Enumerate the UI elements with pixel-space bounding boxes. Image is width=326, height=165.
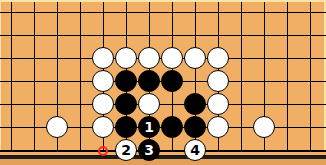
white-stone: [92, 116, 114, 138]
move-3-black-stone: 3: [138, 139, 160, 161]
black-stone: [161, 116, 183, 138]
white-stone: [92, 93, 114, 115]
go-board-diagram: 1234: [0, 0, 326, 165]
black-stone: [184, 116, 206, 138]
white-stone: [92, 47, 114, 69]
white-stone: [138, 47, 160, 69]
stones-layer: 1234: [0, 0, 326, 165]
move-4-white-stone: 4: [184, 139, 206, 161]
white-stone: [115, 47, 137, 69]
white-stone: [161, 47, 183, 69]
white-stone: [207, 116, 229, 138]
white-stone: [207, 93, 229, 115]
black-stone: [161, 70, 183, 92]
black-stone: [115, 116, 137, 138]
white-stone: [184, 47, 206, 69]
white-stone: [207, 70, 229, 92]
move-2-white-stone: 2: [115, 139, 137, 161]
black-stone: [138, 70, 160, 92]
white-stone: [138, 93, 160, 115]
black-stone: [115, 93, 137, 115]
black-stone: [115, 70, 137, 92]
white-stone: [92, 70, 114, 92]
white-stone: [253, 116, 275, 138]
move-1-black-stone: 1: [138, 116, 160, 138]
white-stone: [207, 47, 229, 69]
black-stone: [184, 93, 206, 115]
white-stone: [46, 116, 68, 138]
